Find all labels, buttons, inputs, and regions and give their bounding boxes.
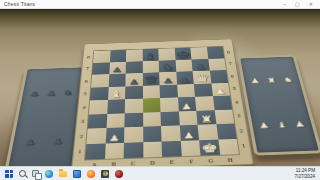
square-c2[interactable] [124, 127, 143, 143]
start-button[interactable] [5, 170, 13, 178]
square-b6[interactable] [108, 74, 125, 87]
black-king[interactable]: ♚ [173, 49, 192, 59]
black-knight[interactable]: ♞ [158, 63, 177, 72]
clock-time: 11:24 PM [295, 168, 315, 174]
square-b1[interactable] [104, 142, 124, 158]
square-h1[interactable] [218, 138, 239, 154]
square-g6[interactable]: ♛ [193, 71, 211, 84]
maximize-button[interactable]: ▢ [295, 0, 300, 8]
white-pawn[interactable]: ♟ [210, 88, 231, 96]
window-controls: – ▢ ✕ [283, 0, 316, 8]
square-c3[interactable] [124, 112, 142, 127]
square-d4[interactable] [143, 98, 161, 112]
square-g4[interactable] [195, 96, 214, 110]
square-d6[interactable]: ♛ [142, 72, 159, 85]
rank-label-4: 4 [79, 100, 89, 114]
square-a4[interactable] [89, 100, 108, 114]
file-label-h: H [220, 157, 240, 163]
firefox-icon[interactable] [87, 170, 95, 178]
square-c4[interactable] [125, 99, 143, 113]
rank-label-3: 3 [233, 109, 245, 124]
square-c6[interactable]: ♟ [125, 73, 142, 86]
search-icon[interactable] [19, 170, 26, 177]
rank-label-5: 5 [80, 87, 90, 100]
square-e5[interactable] [160, 84, 178, 98]
captured-pieces-right: ♟♜♞♟♝♟ [244, 59, 315, 150]
rank-label-8: 8 [84, 51, 93, 63]
square-e3[interactable] [160, 111, 179, 126]
white-rook: ♜ [263, 77, 280, 84]
square-f1[interactable] [180, 140, 200, 156]
square-f8[interactable]: ♚ [174, 48, 191, 60]
square-g7[interactable]: ♟ [191, 59, 209, 72]
chess-app-icon[interactable] [73, 170, 81, 178]
square-d7[interactable] [142, 60, 159, 73]
square-a6[interactable] [91, 74, 109, 87]
square-b5[interactable]: ♝ [108, 86, 126, 100]
task-view-icon[interactable] [32, 170, 39, 177]
window-titlebar: Chess Titans – ▢ ✕ [0, 0, 320, 9]
rank-label-4: 4 [231, 95, 242, 109]
square-c1[interactable] [124, 142, 143, 158]
taskbar-icons [5, 170, 123, 178]
square-h2[interactable] [216, 123, 237, 139]
captured-pieces-left: ♟♟♞♟♟ [11, 70, 79, 166]
square-c7[interactable] [126, 61, 143, 74]
white-pawn: ♟ [247, 78, 264, 85]
black-pawn[interactable]: ♟ [191, 64, 211, 71]
square-f4[interactable]: ♟ [177, 97, 196, 111]
file-label-e: E [162, 159, 182, 165]
rank-label-1: 1 [238, 138, 250, 154]
white-pawn: ♟ [290, 121, 309, 129]
square-b8[interactable] [110, 50, 127, 62]
black-pawn: ♟ [26, 90, 43, 97]
square-g3[interactable]: ♜ [196, 110, 216, 125]
white-bishop: ♝ [273, 121, 291, 129]
square-f2[interactable]: ♟ [179, 125, 199, 141]
square-h3[interactable] [214, 109, 234, 124]
square-d2[interactable] [143, 126, 162, 142]
rank-label-6: 6 [227, 70, 238, 83]
square-a8[interactable] [93, 51, 110, 63]
square-g2[interactable] [198, 124, 218, 140]
captured-pieces-tray-left: ♟♟♞♟♟ [4, 65, 86, 166]
chess-board-frame: ♝♚♟♞♟♟♛♟♟♛♝♟♟♜♟♟♚ ABCDEFGH 87654321 8765… [72, 39, 253, 166]
square-e1[interactable] [162, 140, 182, 156]
black-pawn: ♟ [43, 90, 60, 97]
square-b2[interactable]: ♟ [105, 127, 124, 143]
square-d1[interactable] [143, 141, 162, 157]
square-e7[interactable]: ♞ [159, 60, 176, 73]
white-rook[interactable]: ♜ [195, 114, 217, 124]
window-title: Chess Titans [4, 1, 35, 7]
black-bishop[interactable]: ♝ [141, 52, 160, 60]
square-g8[interactable] [190, 47, 207, 59]
rank-label-2: 2 [76, 129, 87, 144]
square-f5[interactable] [177, 84, 195, 98]
rank-label-7: 7 [83, 63, 93, 75]
square-c8[interactable] [126, 49, 142, 61]
rank-label-2: 2 [235, 123, 247, 138]
square-h5[interactable]: ♟ [211, 83, 230, 97]
white-bishop[interactable]: ♝ [106, 90, 126, 99]
square-e2[interactable] [161, 125, 180, 141]
rank-label-7: 7 [225, 58, 235, 70]
close-button[interactable]: ✕ [309, 0, 313, 8]
file-label-g: G [201, 158, 221, 164]
minimize-button[interactable]: – [283, 0, 286, 8]
black-pawn: ♟ [49, 137, 67, 145]
square-c5[interactable] [125, 85, 142, 99]
square-f7[interactable] [175, 59, 193, 72]
white-pawn[interactable]: ♟ [178, 131, 200, 140]
black-pawn: ♟ [21, 138, 39, 146]
white-king[interactable]: ♚ [198, 141, 221, 154]
rank-label-8: 8 [223, 46, 233, 58]
rank-label-3: 3 [77, 114, 88, 129]
square-a1[interactable] [85, 143, 105, 160]
square-b3[interactable] [106, 113, 125, 128]
square-d3[interactable] [143, 112, 161, 127]
square-f3[interactable] [178, 110, 197, 125]
captured-pieces-tray-right: ♟♜♞♟♝♟ [237, 55, 320, 156]
square-a3[interactable] [88, 114, 107, 129]
photos-app-icon[interactable] [101, 170, 109, 178]
chess-board: ♝♚♟♞♟♟♛♟♟♛♝♟♟♜♟♟♚ [85, 47, 239, 160]
browser-sphere-icon[interactable] [115, 170, 123, 178]
white-knight: ♞ [280, 77, 297, 84]
square-a2[interactable] [86, 128, 106, 144]
square-b7[interactable]: ♟ [109, 61, 126, 74]
white-pawn: ♟ [255, 122, 273, 130]
file-label-f: F [181, 158, 201, 164]
square-d5[interactable] [142, 85, 160, 99]
edge-browser-icon[interactable] [45, 170, 53, 178]
square-h4[interactable] [212, 96, 232, 110]
game-viewport: ♟♟♞♟♟ ♝♚♟♞♟♟♛♟♟♛♝♟♟♜♟♟♚ ABCDEFGH 8765432… [0, 9, 320, 166]
square-d8[interactable]: ♝ [142, 49, 158, 61]
black-knight: ♞ [60, 89, 77, 96]
square-h8[interactable] [206, 47, 224, 59]
clock-date: 7/27/2024 [295, 174, 315, 180]
white-queen[interactable]: ♛ [192, 72, 212, 83]
taskbar-clock[interactable]: 11:24 PM 7/27/2024 [295, 168, 315, 179]
taskbar: 11:24 PM 7/27/2024 [0, 166, 320, 180]
square-g1[interactable]: ♚ [199, 139, 220, 155]
white-pawn[interactable]: ♟ [177, 102, 198, 110]
black-pawn[interactable]: ♟ [108, 66, 127, 73]
rank-label-6: 6 [81, 75, 91, 88]
square-b4[interactable] [107, 99, 125, 113]
file-explorer-icon[interactable] [59, 171, 67, 177]
white-pawn[interactable]: ♟ [104, 133, 126, 142]
